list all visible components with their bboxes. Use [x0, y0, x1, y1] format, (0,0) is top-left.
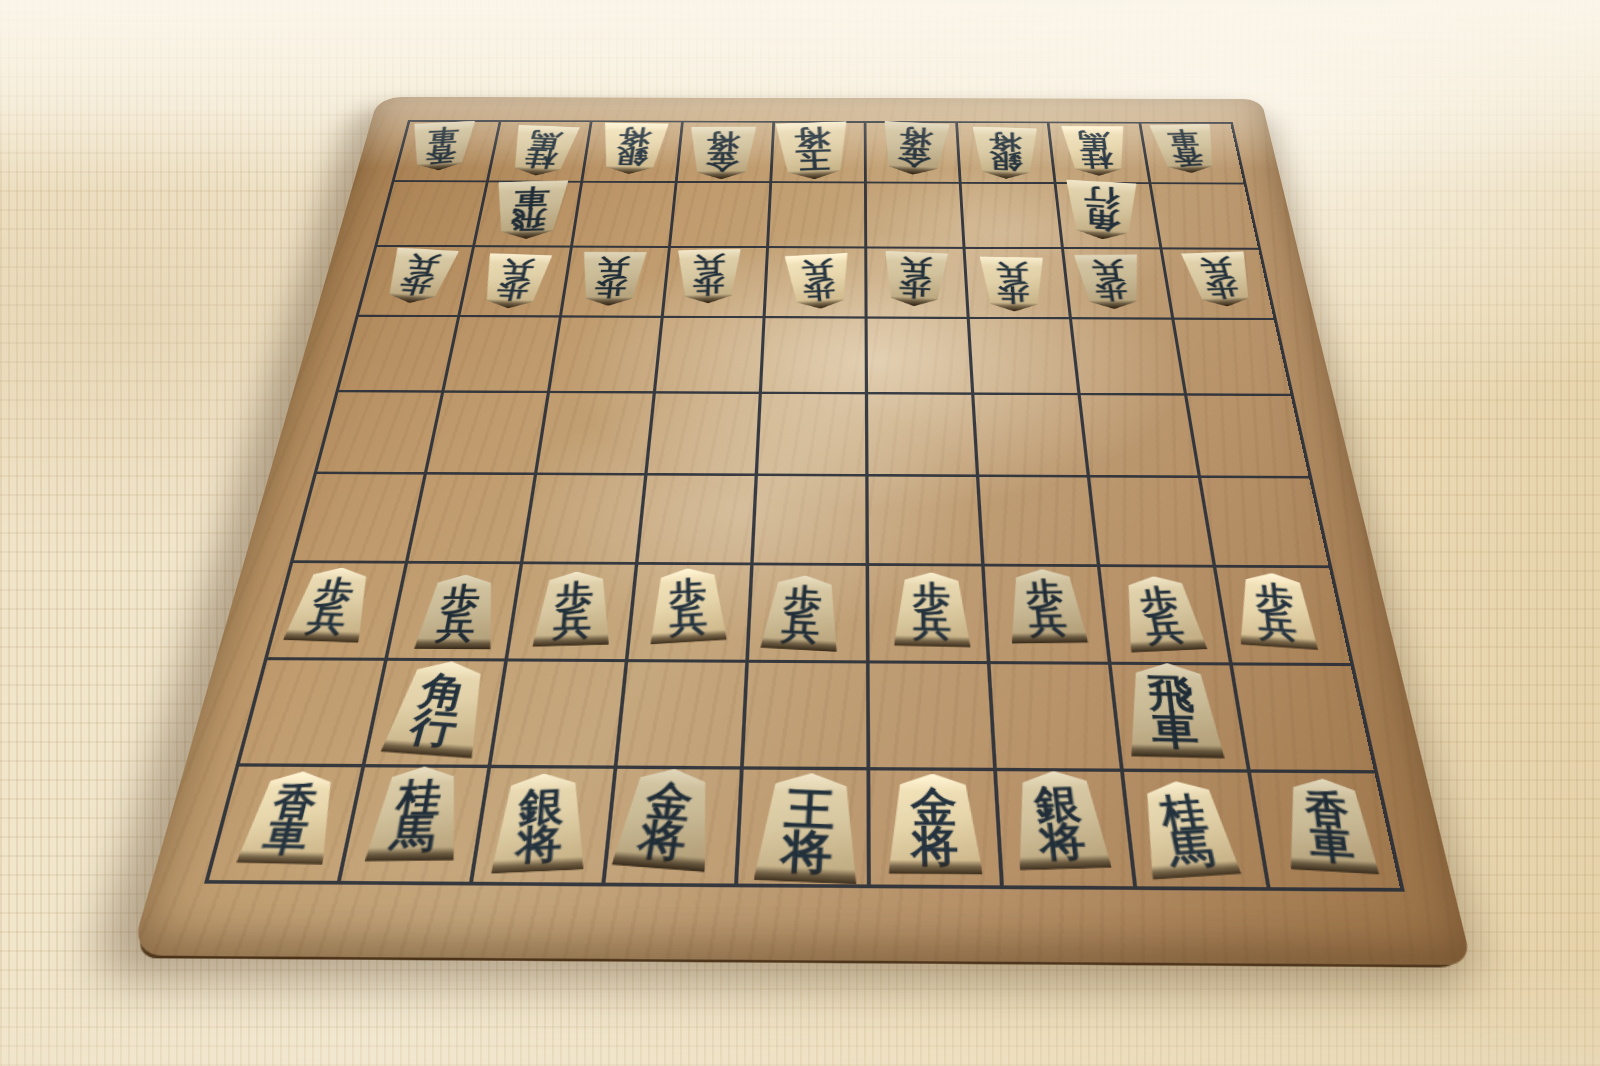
cell-f8r8: 角行 [362, 658, 505, 765]
piece-kanji: 歩兵 [650, 566, 726, 646]
cell-f6r7: 歩兵 [625, 562, 750, 660]
piece-kanji: 歩兵 [894, 571, 971, 648]
cell-f9r3: 歩兵 [356, 245, 472, 315]
cell-f6r1: 金将 [675, 121, 773, 182]
cell-f3r6 [976, 474, 1097, 564]
piece-kanji: 角行 [1066, 179, 1139, 241]
shogi-piece-sente-pawn[interactable]: 歩兵 [532, 570, 614, 648]
cell-f7r7: 歩兵 [505, 561, 635, 659]
cell-f5r3: 歩兵 [763, 246, 865, 316]
cell-f8r4 [441, 315, 559, 391]
piece-kanji: 歩兵 [785, 253, 854, 311]
shogi-piece-gote-gold-general[interactable]: 金将 [687, 126, 756, 180]
cell-f8r9: 桂馬 [337, 764, 488, 882]
shogi-piece-sente-pawn[interactable]: 歩兵 [894, 571, 971, 648]
cell-f6r3: 歩兵 [661, 246, 766, 316]
cell-f7r8 [488, 658, 625, 765]
piece-kanji: 歩兵 [1235, 571, 1319, 652]
shogi-piece-sente-silver-general[interactable]: 銀将 [1009, 770, 1112, 873]
shogi-piece-gote-bishop[interactable]: 角行 [1066, 179, 1139, 241]
cell-f8r1: 桂馬 [486, 120, 590, 181]
shogi-piece-sente-pawn[interactable]: 歩兵 [1235, 571, 1319, 652]
shogi-piece-gote-gold-general[interactable]: 金将 [879, 121, 950, 177]
shogi-piece-sente-knight[interactable]: 桂馬 [1133, 779, 1242, 882]
cell-f3r3: 歩兵 [963, 247, 1069, 317]
cell-f5r8 [740, 660, 866, 767]
cell-f3r4 [967, 317, 1078, 393]
cell-f2r8: 飛車 [1108, 662, 1247, 770]
cell-f5r7: 歩兵 [745, 563, 866, 661]
cell-f4r8 [866, 660, 993, 767]
cell-f9r2 [375, 180, 486, 245]
piece-kanji: 桂馬 [504, 124, 580, 176]
cell-f4r3: 歩兵 [864, 246, 966, 316]
piece-kanji: 歩兵 [532, 570, 614, 648]
cell-f4r7: 歩兵 [866, 563, 987, 661]
cell-f1r6 [1198, 475, 1329, 565]
cell-f7r4 [547, 315, 661, 391]
cell-f9r6 [290, 472, 424, 561]
cell-f3r2 [959, 182, 1061, 247]
cell-f6r8 [614, 659, 746, 766]
cell-f5r1: 玉将 [769, 121, 864, 182]
shogi-piece-gote-pawn[interactable]: 歩兵 [1181, 251, 1260, 308]
piece-kanji: 香車 [407, 120, 475, 171]
shogi-piece-sente-lance[interactable]: 香車 [236, 770, 345, 866]
shogi-photo-scene: 香車桂馬銀将金将玉将金将銀将桂馬香車飛車角行歩兵歩兵歩兵歩兵歩兵歩兵歩兵歩兵歩兵… [0, 0, 1600, 1066]
shogi-piece-gote-lance[interactable]: 香車 [407, 120, 475, 171]
shogi-piece-gote-lance[interactable]: 香車 [1149, 124, 1223, 174]
shogi-piece-gote-king[interactable]: 玉将 [776, 121, 852, 181]
shogi-piece-sente-pawn[interactable]: 歩兵 [760, 573, 842, 653]
cell-f9r1: 香車 [392, 120, 499, 180]
cell-f4r2 [864, 182, 963, 247]
shogi-piece-gote-pawn[interactable]: 歩兵 [378, 247, 459, 305]
piece-kanji: 銀将 [491, 772, 589, 876]
cell-f7r3: 歩兵 [559, 246, 668, 316]
piece-kanji: 歩兵 [283, 566, 379, 644]
piece-kanji: 角行 [380, 658, 495, 760]
cell-f1r4 [1171, 318, 1290, 394]
cell-f6r6 [635, 473, 755, 563]
cell-f6r4 [653, 316, 763, 392]
cell-f3r5 [971, 392, 1087, 475]
cell-f6r2 [668, 181, 769, 246]
cell-f5r4 [759, 316, 865, 392]
cell-f4r5 [865, 392, 976, 474]
piece-kanji: 銀将 [596, 122, 669, 174]
piece-kanji: 歩兵 [1005, 569, 1089, 646]
shogi-piece-sente-gold-general[interactable]: 金将 [611, 766, 719, 875]
cell-f4r4 [865, 316, 971, 392]
cell-f8r5 [424, 390, 547, 472]
shogi-piece-gote-rook[interactable]: 飛車 [490, 180, 568, 240]
piece-kanji: 歩兵 [414, 574, 503, 650]
cell-f9r5 [314, 390, 441, 472]
shogi-piece-sente-silver-general[interactable]: 銀将 [491, 772, 589, 876]
piece-kanji: 玉将 [776, 121, 852, 181]
piece-kanji: 歩兵 [676, 248, 741, 304]
piece-kanji: 金将 [611, 766, 719, 875]
shogi-piece-gote-silver-general[interactable]: 銀将 [973, 126, 1040, 180]
shogi-board: 香車桂馬銀将金将玉将金将銀将桂馬香車飛車角行歩兵歩兵歩兵歩兵歩兵歩兵歩兵歩兵歩兵… [130, 97, 1472, 965]
shogi-piece-sente-gold-general[interactable]: 金将 [887, 773, 983, 876]
shogi-piece-sente-pawn[interactable]: 歩兵 [650, 566, 726, 646]
shogi-piece-sente-pawn[interactable]: 歩兵 [1005, 569, 1089, 646]
piece-kanji: 歩兵 [576, 251, 647, 306]
cell-f7r9: 銀将 [469, 765, 614, 883]
cell-f1r2 [1148, 182, 1257, 247]
cell-f2r2: 角行 [1054, 182, 1160, 247]
piece-kanji: 銀将 [973, 126, 1040, 180]
cell-f7r2 [570, 181, 675, 246]
cell-f8r6 [405, 472, 534, 561]
shogi-piece-sente-pawn[interactable]: 歩兵 [414, 574, 503, 650]
cell-f1r8 [1229, 662, 1374, 770]
shogi-piece-gote-knight[interactable]: 桂馬 [504, 124, 580, 176]
piece-kanji: 歩兵 [1117, 575, 1208, 654]
piece-kanji: 香車 [1149, 124, 1223, 174]
piece-kanji: 歩兵 [882, 250, 949, 307]
cell-f3r8 [987, 661, 1120, 769]
cell-f2r9: 桂馬 [1120, 769, 1267, 888]
piece-kanji: 歩兵 [378, 247, 459, 305]
cell-f9r8 [236, 657, 384, 764]
piece-kanji: 金将 [879, 121, 950, 177]
shogi-piece-gote-pawn[interactable]: 歩兵 [882, 250, 949, 307]
cell-f1r1: 香車 [1138, 122, 1243, 183]
shogi-piece-sente-knight[interactable]: 桂馬 [364, 766, 467, 863]
piece-kanji: 銀将 [1009, 770, 1112, 873]
cell-f2r4 [1069, 317, 1184, 393]
shogi-piece-gote-pawn[interactable]: 歩兵 [1074, 254, 1147, 309]
shogi-piece-gote-knight[interactable]: 桂馬 [1061, 126, 1131, 176]
shogi-piece-gote-pawn[interactable]: 歩兵 [785, 253, 854, 311]
board-cells: 香車桂馬銀将金将玉将金将銀将桂馬香車飛車角行歩兵歩兵歩兵歩兵歩兵歩兵歩兵歩兵歩兵… [205, 120, 1400, 888]
cell-f7r6 [520, 473, 644, 562]
cell-f3r1: 銀将 [955, 121, 1053, 182]
cell-f5r9: 王将 [734, 766, 867, 884]
cell-f8r3: 歩兵 [457, 245, 570, 315]
shogi-piece-gote-pawn[interactable]: 歩兵 [980, 256, 1047, 312]
piece-kanji: 桂馬 [1061, 126, 1131, 176]
cell-f5r6 [750, 473, 865, 563]
shogi-piece-gote-silver-general[interactable]: 銀将 [596, 122, 669, 174]
cell-f2r6 [1087, 475, 1213, 565]
cell-f1r9: 香車 [1247, 769, 1400, 888]
shogi-piece-sente-king[interactable]: 王将 [753, 771, 860, 887]
cell-f8r2: 飛車 [472, 180, 580, 245]
shogi-piece-gote-pawn[interactable]: 歩兵 [676, 248, 741, 304]
cell-f7r5 [534, 391, 653, 473]
shogi-piece-gote-pawn[interactable]: 歩兵 [576, 251, 647, 306]
piece-kanji: 歩兵 [760, 573, 842, 653]
shogi-piece-sente-pawn[interactable]: 歩兵 [283, 566, 379, 644]
cell-f9r4 [336, 315, 458, 391]
piece-kanji: 飛車 [490, 180, 568, 240]
cell-f2r7: 歩兵 [1097, 564, 1229, 662]
cell-f2r3: 歩兵 [1061, 247, 1171, 317]
shogi-piece-sente-rook[interactable]: 飛車 [1122, 662, 1225, 760]
piece-kanji: 王将 [753, 771, 860, 887]
piece-kanji: 歩兵 [980, 256, 1047, 312]
cell-f6r9: 金将 [602, 766, 740, 884]
cell-f7r1: 銀将 [580, 120, 681, 181]
cell-f9r7: 歩兵 [265, 560, 406, 657]
cell-f1r5 [1184, 393, 1309, 476]
cell-f4r9: 金将 [866, 767, 999, 885]
piece-kanji: 金将 [687, 126, 756, 180]
piece-kanji: 歩兵 [1181, 251, 1260, 308]
shogi-piece-sente-lance[interactable]: 香車 [1280, 776, 1380, 876]
cell-f1r3: 歩兵 [1159, 247, 1273, 317]
cell-f4r1: 金将 [864, 121, 959, 182]
cell-f5r5 [755, 392, 865, 474]
cell-f9r9: 香車 [205, 763, 362, 881]
shogi-piece-gote-pawn[interactable]: 歩兵 [476, 253, 552, 309]
cell-f2r1: 桂馬 [1047, 122, 1149, 183]
piece-kanji: 桂馬 [1133, 779, 1242, 882]
shogi-piece-sente-bishop[interactable]: 角行 [380, 658, 495, 760]
cell-f6r5 [644, 391, 758, 473]
cell-f3r9: 銀将 [993, 768, 1133, 886]
cell-f3r7: 歩兵 [981, 564, 1108, 662]
cell-f2r5 [1077, 393, 1197, 476]
cell-f4r6 [865, 474, 981, 564]
piece-kanji: 香車 [1280, 776, 1380, 876]
piece-kanji: 歩兵 [476, 253, 552, 309]
cell-f8r7: 歩兵 [385, 561, 521, 659]
piece-kanji: 歩兵 [1074, 254, 1147, 309]
piece-kanji: 香車 [236, 770, 345, 866]
cell-f5r2 [766, 181, 864, 246]
shogi-piece-sente-pawn[interactable]: 歩兵 [1117, 575, 1208, 654]
piece-kanji: 飛車 [1122, 662, 1225, 760]
piece-kanji: 金将 [887, 773, 983, 876]
piece-kanji: 桂馬 [364, 766, 467, 863]
cell-f1r7: 歩兵 [1212, 565, 1350, 663]
